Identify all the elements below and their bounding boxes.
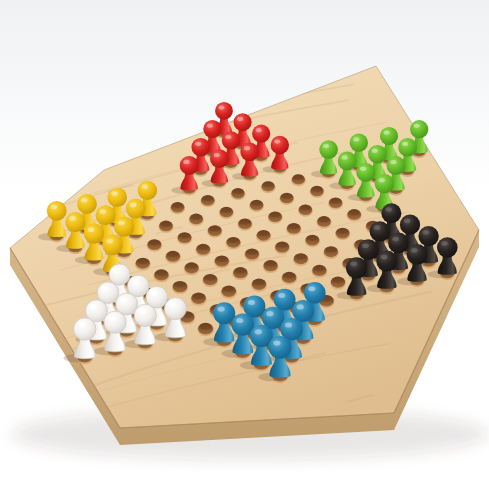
product-photo-stage [0,0,489,500]
chinese-checkers-board [0,0,489,500]
